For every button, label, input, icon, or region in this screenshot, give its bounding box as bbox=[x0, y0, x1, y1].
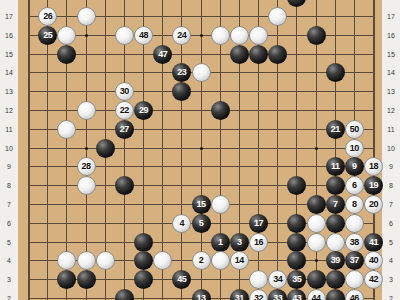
stone-black-move-49[interactable]: 49 bbox=[287, 0, 306, 7]
stone-white[interactable] bbox=[268, 7, 287, 26]
stone-white-move-42[interactable]: 42 bbox=[364, 270, 383, 289]
stone-black-move-21[interactable]: 21 bbox=[326, 120, 345, 139]
row-label-left-9: 9 bbox=[1, 163, 17, 170]
move-number: 20 bbox=[369, 200, 378, 209]
stone-black[interactable] bbox=[326, 289, 345, 300]
stone-black[interactable] bbox=[326, 270, 345, 289]
stone-white[interactable] bbox=[211, 26, 230, 45]
stone-black[interactable] bbox=[326, 63, 345, 82]
row-label-left-6: 6 bbox=[1, 220, 17, 227]
move-number: 50 bbox=[350, 125, 359, 134]
move-number: 14 bbox=[235, 256, 244, 265]
stone-white-move-28[interactable]: 28 bbox=[77, 157, 96, 176]
stone-black[interactable] bbox=[134, 233, 153, 252]
stone-white[interactable] bbox=[153, 251, 172, 270]
stone-white[interactable] bbox=[115, 26, 134, 45]
stone-white-move-24[interactable]: 24 bbox=[172, 26, 191, 45]
move-number: 35 bbox=[292, 275, 301, 284]
row-label-left-15: 15 bbox=[1, 51, 17, 58]
stone-black[interactable] bbox=[96, 139, 115, 158]
stone-black-move-7[interactable]: 7 bbox=[326, 195, 345, 214]
stone-white[interactable] bbox=[307, 214, 326, 233]
move-number: 41 bbox=[369, 238, 378, 247]
stone-white[interactable] bbox=[307, 233, 326, 252]
stone-white[interactable] bbox=[57, 26, 76, 45]
stone-black-move-37[interactable]: 37 bbox=[345, 251, 364, 270]
move-number: 40 bbox=[369, 256, 378, 265]
stone-black-move-3[interactable]: 3 bbox=[230, 233, 249, 252]
stone-black[interactable] bbox=[57, 270, 76, 289]
row-label-right-11: 11 bbox=[383, 126, 399, 133]
stone-black-move-41[interactable]: 41 bbox=[364, 233, 383, 252]
stone-black[interactable] bbox=[287, 233, 306, 252]
stone-black-move-23[interactable]: 23 bbox=[172, 63, 191, 82]
stone-black[interactable] bbox=[172, 82, 191, 101]
stone-black-move-11[interactable]: 11 bbox=[326, 157, 345, 176]
row-label-left-13: 13 bbox=[1, 88, 17, 95]
stone-white-move-44[interactable]: 44 bbox=[307, 289, 326, 300]
stone-black-move-9[interactable]: 9 bbox=[345, 157, 364, 176]
move-number: 1 bbox=[218, 238, 223, 247]
stone-white[interactable] bbox=[57, 251, 76, 270]
stone-black-move-45[interactable]: 45 bbox=[172, 270, 191, 289]
star-point bbox=[315, 147, 318, 150]
row-label-right-12: 12 bbox=[383, 107, 399, 114]
stone-black[interactable] bbox=[230, 45, 249, 64]
row-label-left-4: 4 bbox=[1, 257, 17, 264]
stone-white-move-32[interactable]: 32 bbox=[249, 289, 268, 300]
move-number: 38 bbox=[350, 238, 359, 247]
stone-white[interactable] bbox=[326, 233, 345, 252]
row-label-right-5: 5 bbox=[383, 239, 399, 246]
go-diagram: 4926254824472330222927215010281191861915… bbox=[0, 0, 400, 300]
move-number: 11 bbox=[331, 162, 340, 171]
stone-black-move-33[interactable]: 33 bbox=[268, 289, 287, 300]
grid-line-vertical bbox=[181, 0, 182, 300]
move-number: 19 bbox=[369, 181, 378, 190]
stone-white[interactable] bbox=[192, 63, 211, 82]
row-label-right-6: 6 bbox=[383, 220, 399, 227]
stone-black[interactable] bbox=[307, 26, 326, 45]
stone-white[interactable] bbox=[249, 270, 268, 289]
move-number: 26 bbox=[43, 12, 52, 21]
move-number: 21 bbox=[331, 125, 340, 134]
stone-black-move-25[interactable]: 25 bbox=[38, 26, 57, 45]
stone-white-move-46[interactable]: 46 bbox=[345, 289, 364, 300]
grid-line-horizontal bbox=[28, 91, 375, 92]
stone-black-move-13[interactable]: 13 bbox=[192, 289, 211, 300]
row-label-left-2: 2 bbox=[1, 295, 17, 300]
move-number: 4 bbox=[180, 219, 185, 228]
move-number: 37 bbox=[350, 256, 359, 265]
stone-black[interactable] bbox=[326, 176, 345, 195]
stone-white[interactable] bbox=[230, 26, 249, 45]
move-number: 27 bbox=[120, 125, 129, 134]
grid-line-vertical bbox=[47, 0, 48, 300]
stone-black-move-43[interactable]: 43 bbox=[287, 289, 306, 300]
row-label-left-10: 10 bbox=[1, 145, 17, 152]
stone-black-move-47[interactable]: 47 bbox=[153, 45, 172, 64]
row-label-left-14: 14 bbox=[1, 69, 17, 76]
grid-line-vertical bbox=[124, 0, 125, 300]
move-number: 18 bbox=[369, 162, 378, 171]
stone-white[interactable] bbox=[57, 120, 76, 139]
move-number: 48 bbox=[139, 31, 148, 40]
stone-black[interactable] bbox=[115, 289, 134, 300]
stone-white[interactable] bbox=[345, 270, 364, 289]
stone-black[interactable] bbox=[287, 214, 306, 233]
move-number: 49 bbox=[292, 0, 301, 2]
move-number: 25 bbox=[43, 31, 52, 40]
move-number: 10 bbox=[350, 144, 359, 153]
row-label-left-11: 11 bbox=[1, 126, 17, 133]
stone-white-move-20[interactable]: 20 bbox=[364, 195, 383, 214]
move-number: 28 bbox=[81, 162, 90, 171]
row-label-right-10: 10 bbox=[383, 145, 399, 152]
stone-black[interactable] bbox=[307, 195, 326, 214]
move-number: 31 bbox=[235, 294, 244, 300]
stone-white-move-38[interactable]: 38 bbox=[345, 233, 364, 252]
star-point bbox=[200, 147, 203, 150]
row-label-right-7: 7 bbox=[383, 201, 399, 208]
move-number: 8 bbox=[352, 200, 357, 209]
move-number: 39 bbox=[331, 256, 340, 265]
grid-line-horizontal bbox=[28, 129, 375, 130]
row-label-right-4: 4 bbox=[383, 257, 399, 264]
stone-white-move-48[interactable]: 48 bbox=[134, 26, 153, 45]
stone-black-move-27[interactable]: 27 bbox=[115, 120, 134, 139]
stone-black-move-19[interactable]: 19 bbox=[364, 176, 383, 195]
stone-black[interactable] bbox=[115, 176, 134, 195]
stone-black[interactable] bbox=[326, 214, 345, 233]
move-number: 23 bbox=[177, 68, 186, 77]
row-label-right-16: 16 bbox=[383, 32, 399, 39]
move-number: 13 bbox=[196, 294, 205, 300]
row-label-left-17: 17 bbox=[1, 13, 17, 20]
row-label-right-3: 3 bbox=[383, 276, 399, 283]
stone-white-move-4[interactable]: 4 bbox=[172, 214, 191, 233]
move-number: 7 bbox=[333, 200, 338, 209]
row-label-right-9: 9 bbox=[383, 163, 399, 170]
move-number: 24 bbox=[177, 31, 186, 40]
stone-white[interactable] bbox=[211, 251, 230, 270]
stone-white[interactable] bbox=[249, 26, 268, 45]
move-number: 5 bbox=[199, 219, 204, 228]
go-board[interactable]: 4926254824472330222927215010281191861915… bbox=[18, 0, 382, 300]
stone-black-move-29[interactable]: 29 bbox=[134, 101, 153, 120]
move-number: 45 bbox=[177, 275, 186, 284]
move-number: 3 bbox=[237, 238, 242, 247]
move-number: 17 bbox=[254, 219, 263, 228]
move-number: 9 bbox=[352, 162, 357, 171]
move-number: 22 bbox=[120, 106, 129, 115]
move-number: 46 bbox=[350, 294, 359, 300]
stone-white-move-18[interactable]: 18 bbox=[364, 157, 383, 176]
stone-black-move-15[interactable]: 15 bbox=[192, 195, 211, 214]
stone-black[interactable] bbox=[268, 45, 287, 64]
move-number: 16 bbox=[254, 238, 263, 247]
row-label-right-15: 15 bbox=[383, 51, 399, 58]
stone-black-move-35[interactable]: 35 bbox=[287, 270, 306, 289]
stone-white-move-26[interactable]: 26 bbox=[38, 7, 57, 26]
row-label-left-7: 7 bbox=[1, 201, 17, 208]
row-label-left-16: 16 bbox=[1, 32, 17, 39]
row-label-left-12: 12 bbox=[1, 107, 17, 114]
stone-white-move-16[interactable]: 16 bbox=[249, 233, 268, 252]
stone-black[interactable] bbox=[249, 45, 268, 64]
stone-white[interactable] bbox=[77, 101, 96, 120]
stone-white-move-8[interactable]: 8 bbox=[345, 195, 364, 214]
stone-white-move-22[interactable]: 22 bbox=[115, 101, 134, 120]
stone-white-move-40[interactable]: 40 bbox=[364, 251, 383, 270]
stone-white-move-10[interactable]: 10 bbox=[345, 139, 364, 158]
move-number: 43 bbox=[292, 294, 301, 300]
stone-white[interactable] bbox=[77, 251, 96, 270]
move-number: 32 bbox=[254, 294, 263, 300]
stone-white[interactable] bbox=[211, 195, 230, 214]
stone-white-move-14[interactable]: 14 bbox=[230, 251, 249, 270]
row-label-right-8: 8 bbox=[383, 182, 399, 189]
row-label-right-14: 14 bbox=[383, 69, 399, 76]
stone-white[interactable] bbox=[96, 251, 115, 270]
stone-white-move-34[interactable]: 34 bbox=[268, 270, 287, 289]
row-label-left-5: 5 bbox=[1, 239, 17, 246]
move-number: 47 bbox=[158, 50, 167, 59]
stone-white[interactable] bbox=[77, 7, 96, 26]
stone-black[interactable] bbox=[134, 270, 153, 289]
move-number: 6 bbox=[352, 181, 357, 190]
move-number: 33 bbox=[273, 294, 282, 300]
stone-black[interactable] bbox=[134, 251, 153, 270]
move-number: 29 bbox=[139, 106, 148, 115]
stone-black-move-17[interactable]: 17 bbox=[249, 214, 268, 233]
row-label-left-3: 3 bbox=[1, 276, 17, 283]
move-number: 34 bbox=[273, 275, 282, 284]
star-point bbox=[85, 147, 88, 150]
stone-white[interactable] bbox=[77, 176, 96, 195]
stone-white-move-50[interactable]: 50 bbox=[345, 120, 364, 139]
stone-black[interactable] bbox=[287, 176, 306, 195]
move-number: 30 bbox=[120, 87, 129, 96]
stone-black-move-5[interactable]: 5 bbox=[192, 214, 211, 233]
move-number: 42 bbox=[369, 275, 378, 284]
stone-black-move-1[interactable]: 1 bbox=[211, 233, 230, 252]
stone-black[interactable] bbox=[211, 101, 230, 120]
stone-black-move-31[interactable]: 31 bbox=[230, 289, 249, 300]
row-label-right-13: 13 bbox=[383, 88, 399, 95]
grid-line-horizontal bbox=[28, 54, 375, 55]
move-number: 15 bbox=[196, 200, 205, 209]
stone-white-move-30[interactable]: 30 bbox=[115, 82, 134, 101]
move-number: 2 bbox=[199, 256, 204, 265]
stone-black[interactable] bbox=[57, 45, 76, 64]
row-label-right-2: 2 bbox=[383, 295, 399, 300]
star-point bbox=[200, 34, 203, 37]
row-label-left-8: 8 bbox=[1, 182, 17, 189]
stone-black[interactable] bbox=[307, 270, 326, 289]
row-label-right-17: 17 bbox=[383, 13, 399, 20]
stone-white-move-2[interactable]: 2 bbox=[192, 251, 211, 270]
stone-black[interactable] bbox=[287, 251, 306, 270]
grid-line-vertical bbox=[28, 0, 30, 300]
grid-line-vertical bbox=[316, 0, 317, 300]
stone-white-move-6[interactable]: 6 bbox=[345, 176, 364, 195]
stone-black[interactable] bbox=[77, 270, 96, 289]
stone-black-move-39[interactable]: 39 bbox=[326, 251, 345, 270]
move-number: 44 bbox=[311, 294, 320, 300]
stone-white[interactable] bbox=[345, 214, 364, 233]
star-point bbox=[85, 34, 88, 37]
